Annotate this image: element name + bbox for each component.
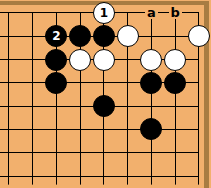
- intersection-c5r8: [92, 164, 116, 187]
- board-grid: 1ab2: [0, 1, 211, 187]
- intersection-c3r8: [45, 164, 69, 187]
- black-stone: [93, 25, 115, 47]
- intersection-c3r1: [45, 1, 69, 24]
- intersection-c2r8: [21, 164, 45, 187]
- intersection-c9r1: [187, 1, 211, 24]
- intersection-c9r5: [187, 95, 211, 118]
- intersection-c4r4: [68, 71, 92, 94]
- intersection-c8r5: [163, 95, 187, 118]
- intersection-c2r3: [21, 48, 45, 71]
- black-stone-move-2: 2: [45, 25, 67, 47]
- intersection-c9r6: [187, 118, 211, 141]
- intersection-c7r5: [140, 95, 164, 118]
- intersection-c9r7: [187, 141, 211, 164]
- point-label-a: a: [145, 7, 158, 19]
- intersection-c7r8: [140, 164, 164, 187]
- white-stone: [93, 49, 115, 71]
- intersection-c4r5: [68, 95, 92, 118]
- intersection-c6r6: [116, 118, 140, 141]
- intersection-c3r5: [45, 95, 69, 118]
- intersection-c1r4: [0, 71, 21, 94]
- intersection-c2r5: [21, 95, 45, 118]
- intersection-c1r7: [0, 141, 21, 164]
- intersection-c6r3: [116, 48, 140, 71]
- intersection-c9r4: [187, 71, 211, 94]
- intersection-c3r2: 2: [45, 25, 69, 48]
- intersection-c8r3: [163, 48, 187, 71]
- intersection-c3r6: [45, 118, 69, 141]
- intersection-c5r2: [92, 25, 116, 48]
- intersection-c8r6: [163, 118, 187, 141]
- point-label-b: b: [169, 7, 182, 19]
- intersection-c1r1: [0, 1, 21, 24]
- intersection-c1r8: [0, 164, 21, 187]
- black-stone: [140, 72, 162, 94]
- intersection-c1r3: [0, 48, 21, 71]
- intersection-c7r4: [140, 71, 164, 94]
- intersection-c6r2: [116, 25, 140, 48]
- black-stone: [93, 95, 115, 117]
- intersection-c9r3: [187, 48, 211, 71]
- black-stone: [140, 118, 162, 140]
- black-stone: [45, 49, 67, 71]
- intersection-c3r7: [45, 141, 69, 164]
- intersection-c4r1: [68, 1, 92, 24]
- intersection-c4r8: [68, 164, 92, 187]
- intersection-c8r2: [163, 25, 187, 48]
- white-stone: [188, 25, 210, 47]
- intersection-c2r2: [21, 25, 45, 48]
- intersection-c2r4: [21, 71, 45, 94]
- intersection-c8r8: [163, 164, 187, 187]
- intersection-c5r7: [92, 141, 116, 164]
- black-stone: [45, 72, 67, 94]
- white-stone: [117, 25, 139, 47]
- intersection-c4r2: [68, 25, 92, 48]
- black-stone: [164, 72, 186, 94]
- intersection-c4r6: [68, 118, 92, 141]
- intersection-c7r6: [140, 118, 164, 141]
- intersection-c8r7: [163, 141, 187, 164]
- intersection-c7r1: a: [140, 1, 164, 24]
- go-board-diagram: 1ab2: [0, 0, 211, 188]
- intersection-c7r7: [140, 141, 164, 164]
- intersection-c5r4: [92, 71, 116, 94]
- intersection-c6r5: [116, 95, 140, 118]
- intersection-c9r2: [187, 25, 211, 48]
- intersection-c2r1: [21, 1, 45, 24]
- intersection-c5r5: [92, 95, 116, 118]
- white-stone-move-1: 1: [93, 2, 115, 24]
- intersection-c8r4: [163, 71, 187, 94]
- intersection-c2r7: [21, 141, 45, 164]
- intersection-c4r3: [68, 48, 92, 71]
- intersection-c3r3: [45, 48, 69, 71]
- intersection-c1r2: [0, 25, 21, 48]
- intersection-c6r1: [116, 1, 140, 24]
- intersection-c6r4: [116, 71, 140, 94]
- intersection-c8r1: b: [163, 1, 187, 24]
- intersection-c5r6: [92, 118, 116, 141]
- intersection-c3r4: [45, 71, 69, 94]
- intersection-c9r8: [187, 164, 211, 187]
- intersection-c6r7: [116, 141, 140, 164]
- intersection-c4r7: [68, 141, 92, 164]
- intersection-c1r5: [0, 95, 21, 118]
- intersection-c2r6: [21, 118, 45, 141]
- intersection-c1r6: [0, 118, 21, 141]
- black-stone: [69, 25, 91, 47]
- white-stone: [164, 49, 186, 71]
- intersection-c5r1: 1: [92, 1, 116, 24]
- intersection-c6r8: [116, 164, 140, 187]
- intersection-c7r3: [140, 48, 164, 71]
- intersection-c5r3: [92, 48, 116, 71]
- white-stone: [140, 49, 162, 71]
- intersection-c7r2: [140, 25, 164, 48]
- white-stone: [69, 49, 91, 71]
